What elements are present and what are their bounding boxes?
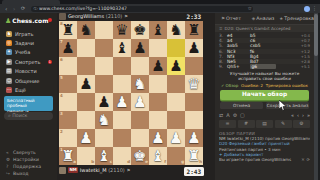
next-move-icon[interactable]: › [302, 112, 304, 118]
square-e5[interactable]: ♞ [131, 75, 149, 93]
sidebar: ♟Chess.com ♞Играть◎Задачи✦Учеба▶Смотреть… [0, 13, 57, 180]
opening-name: D20: Queen's Gambit Accepted [225, 26, 291, 31]
square-h5[interactable]: ♛ [185, 75, 203, 93]
свернуть-icon: « [6, 150, 13, 155]
black-bishop-f8[interactable]: ♝ [149, 21, 167, 39]
square-f3[interactable] [149, 111, 167, 129]
back-icon[interactable]: ‹ [5, 4, 7, 13]
sidebar-item-label: Ещё [15, 87, 26, 93]
mouse-cursor [279, 100, 287, 111]
square-a8[interactable]: ♜8 [59, 21, 77, 39]
flag-icon: ⚑ [124, 14, 128, 19]
sidebar-item-label: Учеба [15, 49, 30, 55]
search-input[interactable]: ⌕ Поиск [4, 112, 53, 120]
nm-title-badge: NM [68, 167, 78, 173]
sidebar-item-label: Новости [15, 68, 37, 74]
white-player-name[interactable]: NMIwatetki_M (2110) ⚑ [68, 167, 130, 174]
black-pawn-g6[interactable]: ♟ [167, 57, 185, 75]
footer-label: Свернуть [13, 150, 36, 155]
footer-label: Поддержка [13, 164, 41, 169]
sidebar-item-играть[interactable]: ♞Играть [0, 29, 57, 38]
square-g2[interactable]: ♟ [167, 129, 185, 147]
secondary-button-1[interactable]: Сохранить анализ [266, 102, 309, 109]
sidebar-item-label: Играть [15, 31, 33, 37]
tab-анализ[interactable]: ◈Анализ [247, 13, 279, 24]
tab-label: Отчет [226, 16, 241, 21]
book-icon: ≣ [219, 26, 223, 31]
address-bar[interactable]: ⓘ www.chess.com/live?fg=-1100903247 [31, 6, 253, 12]
black-pawn-f6[interactable]: ♟ [149, 57, 167, 75]
black-player-bar: GeorgWilliams (2110) ⚑ 2:33 [59, 13, 204, 21]
black-queen-d8[interactable]: ♛ [113, 21, 131, 39]
player-rating: (2110) [106, 13, 123, 19]
black-pawn-e7[interactable]: ♟ [131, 39, 149, 57]
square-c4[interactable]: ♟ [95, 93, 113, 111]
square-c7[interactable] [95, 39, 113, 57]
white-pawn-e4[interactable]: ♟ [131, 93, 149, 111]
square-e3[interactable] [131, 111, 149, 129]
square-d5[interactable] [113, 75, 131, 93]
footer-label: Выход [13, 171, 28, 176]
sidebar-footer-поддержка[interactable]: ?Поддержка [6, 163, 54, 170]
move-row: 9.Qh5+g6+5.1 [219, 64, 310, 69]
square-e7[interactable]: ♟ [131, 39, 149, 57]
banner-option-1[interactable]: Ошибки: 2 [241, 83, 263, 88]
ещё-icon: ⋯ [6, 87, 12, 93]
analysis-panel: ⚑Отчет◈Анализ★Тренировка ≣D20: Queen's G… [215, 13, 314, 180]
black-bishop-d7[interactable]: ♝ [113, 39, 131, 57]
annotate-icon[interactable]: A [226, 112, 229, 118]
square-f7[interactable] [149, 39, 167, 57]
square-a2[interactable]: 2 [59, 129, 77, 147]
file-label-b: b [91, 160, 94, 164]
square-b8[interactable]: ♞ [77, 21, 95, 39]
tab-label: Тренировка [284, 16, 314, 21]
настройки-icon: ⚙ [6, 157, 13, 162]
footer-label: Настройки [13, 157, 39, 162]
flip-board-icon[interactable]: ⇄ [219, 112, 223, 118]
openings-icon[interactable]: ▤ [256, 120, 273, 128]
opening-name-row[interactable]: ≣D20: Queen's Gambit Accepted [215, 25, 314, 32]
square-f5[interactable] [149, 75, 167, 93]
black-player-avatar[interactable] [59, 13, 66, 20]
settings-icon[interactable]: ⚙ [233, 112, 237, 118]
square-d8[interactable]: ♛ [113, 21, 131, 39]
expand-icon[interactable]: ▢ [240, 112, 245, 118]
square-b4[interactable] [77, 93, 95, 111]
square-c8[interactable] [95, 21, 113, 39]
black-knight-g8[interactable]: ♞ [167, 21, 185, 39]
chesscom-logo[interactable]: ♟Chess.com [5, 17, 48, 25]
edit-icon[interactable]: ✎ [275, 120, 292, 128]
start-review-button[interactable]: Начать обзор [220, 90, 309, 100]
file-label-a: a [73, 160, 76, 164]
square-d7[interactable]: ♝ [113, 39, 131, 57]
square-e4[interactable]: ♟ [131, 93, 149, 111]
sidebar-item-новости[interactable]: ▤Новости [0, 67, 57, 76]
black-player-name[interactable]: GeorgWilliams (2110) ⚑ [68, 13, 128, 20]
square-h7[interactable]: ♟ [185, 39, 203, 57]
square-d4[interactable]: ♟ [113, 93, 131, 111]
square-d6[interactable] [113, 57, 131, 75]
rank-label-8: 8 [60, 22, 63, 26]
move-number: 9. [219, 64, 227, 69]
square-h1[interactable]: ♜h [185, 147, 203, 165]
rank-label-2: 2 [60, 130, 63, 134]
rank-label-6: 6 [60, 58, 63, 62]
engine-icon[interactable]: # [238, 120, 255, 128]
rank-label-5: 5 [60, 76, 63, 80]
white-move[interactable]: Qh5+ [227, 64, 250, 69]
square-a1[interactable]: ♜1a [59, 147, 77, 165]
player-username: GeorgWilliams [68, 13, 104, 19]
move-list: 3.e4b5+0.44.a4c6+0.75.axb5cxb5+0.96.Nc3f… [215, 32, 314, 69]
black-knight-b8[interactable]: ♞ [77, 21, 95, 39]
square-c5[interactable] [95, 75, 113, 93]
tab-тренировка[interactable]: ★Тренировка [279, 13, 314, 24]
black-king-e8[interactable]: ♚ [131, 21, 149, 39]
square-a4[interactable]: 4 [59, 93, 77, 111]
player-username: Iwatetki_M [80, 167, 107, 173]
square-a6[interactable]: 6 [59, 57, 77, 75]
site-info-icon[interactable]: ⓘ [34, 6, 38, 12]
rank-label-7: 7 [60, 40, 63, 44]
white-player-bar: NMIwatetki_M (2110) ⚑ 2:43 [59, 167, 204, 177]
notification-badge [48, 18, 52, 22]
prev-move-icon[interactable]: ‹ [297, 112, 299, 118]
move-eval: +5.1 [301, 64, 310, 69]
новости-icon: ▤ [6, 68, 12, 74]
играть-icon: ♞ [6, 31, 12, 37]
info-line-5: ⟳✕Вы играете против GeorgWilliams [219, 157, 310, 162]
black-pawn-h7[interactable]: ♟ [185, 39, 203, 57]
square-c1[interactable]: ♝c [95, 147, 113, 165]
sidebar-item-учеба[interactable]: ✦Учеба [0, 48, 57, 57]
board-toolbar: ⇄A⚙▢ «‹›» [215, 109, 314, 119]
tab-отчет[interactable]: ⚑Отчет [215, 13, 247, 24]
square-e8[interactable]: ♚ [131, 21, 149, 39]
square-g6[interactable]: ♟ [167, 57, 185, 75]
отчет-tab-icon: ⚑ [221, 16, 225, 21]
sidebar-item-смотреть[interactable]: ▶Смотреть1 [0, 57, 57, 66]
black-clock: 2:33 [184, 13, 204, 21]
black-pawn-c4[interactable]: ♟ [95, 93, 113, 111]
square-f6[interactable]: ♟ [149, 57, 167, 75]
white-pawn-f2[interactable]: ♟ [149, 129, 167, 147]
square-a3[interactable]: 3 [59, 111, 77, 129]
moves-list-icon[interactable]: ≡ [219, 120, 236, 128]
sidebar-item-label: Задачи [15, 40, 34, 46]
sidebar-item-label: Общение [15, 78, 39, 84]
square-c6[interactable] [95, 57, 113, 75]
поддержка-icon: ? [6, 164, 13, 169]
square-g5[interactable] [167, 75, 185, 93]
banner-option-2[interactable]: Тренировка ошибок [266, 83, 308, 88]
tab-label: Анализ [256, 16, 274, 21]
square-h4[interactable] [185, 93, 203, 111]
white-pawn-d4[interactable]: ♟ [113, 93, 131, 111]
square-f2[interactable]: ♟ [149, 129, 167, 147]
white-pawn-g2[interactable]: ♟ [167, 129, 185, 147]
учеба-icon: ✦ [6, 49, 12, 55]
file-label-f: f [164, 160, 166, 164]
sidebar-footer-настройки[interactable]: ⚙Настройки [6, 156, 54, 163]
sidebar-item-задачи[interactable]: ◎Задачи [0, 38, 57, 47]
square-h6[interactable] [185, 57, 203, 75]
white-queen-h5[interactable]: ♛ [185, 75, 203, 93]
square-f1[interactable]: ♝f [149, 147, 167, 165]
rank-label-4: 4 [60, 94, 63, 98]
black-pawn-b5[interactable]: ♟ [77, 75, 95, 93]
square-h2[interactable]: ♟ [185, 129, 203, 147]
rank-label-3: 3 [60, 112, 63, 116]
bookmark-star-icon[interactable]: ☆ [248, 4, 252, 13]
square-b6[interactable] [77, 57, 95, 75]
chess-board: ♜8♞♛♚♝♞♜♟7♝♟♟6♟♟5♟♞♛4♟♟♟3♞2♟♟♟♟♜1ab♝cd♚e… [59, 21, 203, 165]
info-action-icon-1[interactable]: ✕ [301, 157, 304, 162]
sidebar-item-общение[interactable]: ☺Общение [0, 76, 57, 85]
тренировка-tab-icon: ★ [279, 16, 283, 21]
last-move-icon[interactable]: » [307, 112, 310, 118]
white-pawn-b2[interactable]: ♟ [77, 129, 95, 147]
forward-icon[interactable]: › [13, 4, 15, 13]
square-g3[interactable] [167, 111, 185, 129]
смотреть-icon: ▶ [6, 59, 12, 65]
info-action-icon-0[interactable]: ⟳ [307, 157, 310, 162]
browser-profile-avatar[interactable] [304, 6, 310, 12]
white-pawn-h2[interactable]: ♟ [185, 129, 203, 147]
logo-text: Chess.com [12, 17, 48, 24]
sidebar-footer-выход[interactable]: ↪Выход [6, 170, 54, 177]
square-b5[interactable]: ♟ [77, 75, 95, 93]
square-f4[interactable] [149, 93, 167, 111]
file-label-d: d [127, 160, 130, 164]
gear-icon[interactable]: ⚙ [293, 120, 310, 128]
file-label-h: h [199, 160, 202, 164]
задачи-icon: ◎ [6, 40, 12, 46]
browser-menu-icon[interactable]: ⋮ [312, 4, 317, 13]
square-g8[interactable]: ♞ [167, 21, 185, 39]
sidebar-footer-свернуть[interactable]: «Свернуть [6, 149, 54, 156]
sidebar-item-label: Смотреть [15, 59, 40, 65]
file-label-e: e [145, 160, 148, 164]
square-c3[interactable]: ♞ [95, 111, 113, 129]
square-b3[interactable] [77, 111, 95, 129]
promo-line1: Бесплатный пробный [7, 98, 53, 109]
square-b1[interactable]: b [77, 147, 95, 165]
url-text: www.chess.com/live?fg=-1100903247 [39, 6, 127, 11]
file-label-g: g [181, 160, 184, 164]
reload-icon[interactable]: ⟳ [21, 4, 25, 13]
skills-banner-text: Улучшайте навыки! Вы можете исправить св… [215, 71, 314, 81]
flag-icon: ⚑ [126, 168, 130, 173]
white-clock: 2:43 [184, 167, 204, 176]
rank-label-1: 1 [60, 148, 63, 152]
square-g4[interactable] [167, 93, 185, 111]
анализ-tab-icon: ◈ [252, 16, 255, 21]
square-h3[interactable] [185, 111, 203, 129]
sidebar-item-ещё[interactable]: ⋯Ещё [0, 85, 57, 94]
white-knight-e5[interactable]: ♞ [131, 75, 149, 93]
pawn-logo-icon: ♟ [5, 17, 11, 25]
square-c2[interactable] [95, 129, 113, 147]
общение-icon: ☺ [6, 78, 12, 84]
square-a5[interactable]: 5 [59, 75, 77, 93]
trial-promo-banner[interactable]: Бесплатный пробный период → [4, 96, 53, 111]
white-knight-c3[interactable]: ♞ [95, 111, 113, 129]
search-placeholder: Поиск [12, 113, 27, 118]
square-e2[interactable] [131, 129, 149, 147]
square-b2[interactable]: ♟ [77, 129, 95, 147]
square-e6[interactable] [131, 57, 149, 75]
square-a7[interactable]: ♟7 [59, 39, 77, 57]
banner-option-0[interactable]: ✓ Обзор [221, 83, 238, 88]
player-rating: (2110) [108, 167, 125, 173]
square-d3[interactable] [113, 111, 131, 129]
выход-icon: ↪ [6, 171, 13, 176]
secondary-button-0[interactable]: Отмена [220, 102, 263, 109]
square-g7[interactable] [167, 39, 185, 57]
square-g1[interactable]: g [167, 147, 185, 165]
white-player-avatar[interactable] [59, 167, 66, 174]
square-e1[interactable]: ♚e [131, 147, 149, 165]
nav-badge: 1 [48, 60, 53, 65]
first-move-icon[interactable]: « [291, 112, 294, 118]
square-d2[interactable] [113, 129, 131, 147]
square-d1[interactable]: d [113, 147, 131, 165]
square-f8[interactable]: ♝ [149, 21, 167, 39]
file-label-c: c [110, 160, 112, 164]
square-h8[interactable]: ♜ [185, 21, 203, 39]
black-rook-h8[interactable]: ♜ [185, 21, 203, 39]
black-move[interactable]: g6 [250, 64, 276, 69]
square-b7[interactable] [77, 39, 95, 57]
